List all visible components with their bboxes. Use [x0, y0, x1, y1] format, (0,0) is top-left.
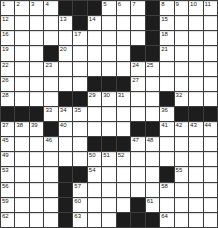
cell-r5-c4[interactable]: 23 — [44, 62, 57, 76]
cell-r10-c1[interactable]: 45 — [1, 137, 14, 151]
cell-r6-c2[interactable] — [15, 77, 28, 91]
cell-r1-c2[interactable]: 2 — [15, 1, 28, 15]
cell-r3-c6[interactable]: 17 — [73, 31, 86, 45]
clue-number: 11 — [205, 1, 211, 8]
cell-r13-c3[interactable] — [30, 183, 43, 197]
cell-r5-c2[interactable] — [15, 62, 28, 76]
black-cell-r10-c8 — [102, 137, 115, 151]
cell-r1-c13[interactable]: 9 — [175, 1, 188, 15]
clue-number: 50 — [89, 152, 96, 159]
cell-r7-c4[interactable] — [44, 92, 57, 106]
cell-r4-c2[interactable] — [15, 46, 28, 60]
cell-r4-c5[interactable]: 20 — [59, 46, 72, 60]
cell-r6-c6[interactable] — [73, 77, 86, 91]
cell-r1-c8[interactable]: 5 — [102, 1, 115, 15]
cell-r1-c10[interactable]: 7 — [131, 1, 144, 15]
cell-r11-c9[interactable]: 52 — [117, 152, 130, 166]
cell-r4-c14[interactable] — [189, 46, 202, 60]
cell-r5-c15[interactable] — [204, 62, 217, 76]
clue-number: 63 — [74, 213, 81, 220]
black-cell-r1-c7 — [88, 1, 101, 15]
cell-r11-c15[interactable] — [204, 152, 217, 166]
cell-r5-c8[interactable] — [102, 62, 115, 76]
clue-number: 4 — [45, 1, 48, 8]
black-cell-r14-c5 — [59, 198, 72, 212]
cell-r14-c12[interactable] — [160, 198, 173, 212]
cell-r1-c1[interactable]: 1 — [1, 1, 14, 15]
cell-r14-c15[interactable] — [204, 198, 217, 212]
cell-r3-c4[interactable] — [44, 31, 57, 45]
cell-r15-c15[interactable] — [204, 213, 217, 227]
clue-number: 46 — [45, 137, 52, 144]
black-cell-r15-c11 — [146, 213, 159, 227]
clue-number: 28 — [2, 92, 9, 99]
cell-r1-c3[interactable]: 3 — [30, 1, 43, 15]
cell-r5-c12[interactable] — [160, 62, 173, 76]
black-cell-r1-c11 — [146, 1, 159, 15]
cell-r14-c9[interactable] — [117, 198, 130, 212]
clue-number: 29 — [89, 92, 96, 99]
cell-r14-c11[interactable]: 61 — [146, 198, 159, 212]
black-cell-r7-c5 — [59, 92, 72, 106]
clue-number: 3 — [31, 1, 34, 8]
cell-r3-c14[interactable] — [189, 31, 202, 45]
cell-r12-c7[interactable]: 54 — [88, 167, 101, 181]
black-cell-r12-c12 — [160, 167, 173, 181]
cell-r12-c8[interactable] — [102, 167, 115, 181]
cell-r15-c2[interactable] — [15, 213, 28, 227]
cell-r3-c12[interactable]: 18 — [160, 31, 173, 45]
cell-r10-c11[interactable]: 48 — [146, 137, 159, 151]
cell-r13-c9[interactable] — [117, 183, 130, 197]
cell-r7-c13[interactable]: 32 — [175, 92, 188, 106]
black-cell-r9-c4 — [44, 122, 57, 136]
cell-r14-c6[interactable]: 60 — [73, 198, 86, 212]
cell-r7-c10[interactable] — [131, 92, 144, 106]
cell-r5-c6[interactable] — [73, 62, 86, 76]
cell-r9-c9[interactable] — [117, 122, 130, 136]
cell-r5-c1[interactable]: 22 — [1, 62, 14, 76]
clue-number: 56 — [2, 183, 9, 190]
clue-number: 1 — [2, 1, 5, 8]
clue-number: 7 — [132, 1, 135, 8]
cell-r5-c13[interactable] — [175, 62, 188, 76]
cell-r2-c13[interactable] — [175, 16, 188, 30]
clue-number: 51 — [103, 152, 110, 159]
cell-r5-c10[interactable]: 24 — [131, 62, 144, 76]
cell-r13-c4[interactable] — [44, 183, 57, 197]
clue-number: 27 — [132, 77, 139, 84]
cell-r8-c10[interactable] — [131, 107, 144, 121]
cell-r12-c4[interactable] — [44, 167, 57, 181]
cell-r13-c6[interactable]: 57 — [73, 183, 86, 197]
cell-r11-c14[interactable] — [189, 152, 202, 166]
black-cell-r12-c5 — [59, 167, 72, 181]
cell-r11-c1[interactable]: 49 — [1, 152, 14, 166]
clue-number: 33 — [45, 107, 52, 114]
cell-r11-c6[interactable] — [73, 152, 86, 166]
cell-r10-c12[interactable] — [160, 137, 173, 151]
cell-r4-c8[interactable] — [102, 46, 115, 60]
cell-r6-c11[interactable] — [146, 77, 159, 91]
cell-r6-c10[interactable]: 27 — [131, 77, 144, 91]
cell-r10-c13[interactable] — [175, 137, 188, 151]
cell-r13-c10[interactable] — [131, 183, 144, 197]
cell-r3-c7[interactable] — [88, 31, 101, 45]
clue-number: 41 — [161, 122, 168, 129]
cell-r14-c14[interactable] — [189, 198, 202, 212]
clue-number: 62 — [2, 213, 9, 220]
clue-number: 55 — [176, 167, 183, 174]
black-cell-r4-c10 — [131, 46, 144, 60]
clue-number: 10 — [190, 1, 197, 8]
clue-number: 35 — [74, 107, 81, 114]
cell-r5-c7[interactable] — [88, 62, 101, 76]
clue-number: 44 — [205, 122, 212, 129]
cell-r8-c5[interactable]: 34 — [59, 107, 72, 121]
black-cell-r10-c7 — [88, 137, 101, 151]
cell-r2-c5[interactable]: 13 — [59, 16, 72, 30]
cell-r9-c8[interactable] — [102, 122, 115, 136]
cell-r7-c11[interactable] — [146, 92, 159, 106]
cell-r10-c5[interactable] — [59, 137, 72, 151]
cell-r13-c12[interactable]: 58 — [160, 183, 173, 197]
clue-number: 8 — [161, 1, 164, 8]
clue-number: 9 — [176, 1, 179, 8]
cell-r3-c15[interactable] — [204, 31, 217, 45]
cell-r4-c7[interactable] — [88, 46, 101, 60]
clue-number: 61 — [147, 198, 154, 205]
black-cell-r7-c6 — [73, 92, 86, 106]
cell-r15-c6[interactable]: 63 — [73, 213, 86, 227]
cell-r1-c14[interactable]: 10 — [189, 1, 202, 15]
cell-r4-c1[interactable]: 19 — [1, 46, 14, 60]
cell-r6-c15[interactable] — [204, 77, 217, 91]
cell-r12-c1[interactable]: 53 — [1, 167, 14, 181]
clue-number: 64 — [161, 213, 168, 220]
clue-number: 54 — [89, 167, 96, 174]
cell-r3-c8[interactable] — [102, 31, 115, 45]
cell-r7-c9[interactable]: 31 — [117, 92, 130, 106]
black-cell-r2-c6 — [73, 16, 86, 30]
black-cell-r9-c10 — [131, 122, 144, 136]
black-cell-r3-c11 — [146, 31, 159, 45]
cell-r3-c3[interactable] — [30, 31, 43, 45]
black-cell-r2-c11 — [146, 16, 159, 30]
black-cell-r15-c9 — [117, 213, 130, 227]
cell-r11-c2[interactable] — [15, 152, 28, 166]
cell-r7-c14[interactable] — [189, 92, 202, 106]
cell-r9-c3[interactable]: 39 — [30, 122, 43, 136]
cell-r15-c8[interactable] — [102, 213, 115, 227]
cell-r4-c3[interactable] — [30, 46, 43, 60]
cell-r11-c5[interactable] — [59, 152, 72, 166]
cell-r10-c4[interactable]: 46 — [44, 137, 57, 151]
cell-r10-c14[interactable] — [189, 137, 202, 151]
cell-r4-c13[interactable] — [175, 46, 188, 60]
clue-number: 42 — [176, 122, 183, 129]
cell-r15-c1[interactable]: 62 — [1, 213, 14, 227]
cell-r13-c11[interactable] — [146, 183, 159, 197]
cell-r12-c9[interactable] — [117, 167, 130, 181]
cell-r3-c2[interactable] — [15, 31, 28, 45]
cell-r14-c7[interactable] — [88, 198, 101, 212]
clue-number: 13 — [60, 16, 67, 23]
cell-r3-c13[interactable] — [175, 31, 188, 45]
clue-number: 36 — [161, 107, 168, 114]
cell-r15-c4[interactable] — [44, 213, 57, 227]
cell-r13-c1[interactable]: 56 — [1, 183, 14, 197]
cell-r2-c14[interactable] — [189, 16, 202, 30]
cell-r15-c3[interactable] — [30, 213, 43, 227]
cell-r3-c10[interactable] — [131, 31, 144, 45]
cell-r12-c3[interactable] — [30, 167, 43, 181]
clue-number: 40 — [60, 122, 67, 129]
cell-r4-c12[interactable]: 21 — [160, 46, 173, 60]
cell-r9-c2[interactable]: 38 — [15, 122, 28, 136]
cell-r7-c2[interactable] — [15, 92, 28, 106]
clue-number: 21 — [161, 46, 168, 53]
clue-number: 43 — [190, 122, 197, 129]
cell-r2-c3[interactable] — [30, 16, 43, 30]
cell-r10-c10[interactable]: 47 — [131, 137, 144, 151]
cell-r6-c14[interactable] — [189, 77, 202, 91]
cell-r8-c8[interactable] — [102, 107, 115, 121]
cell-r12-c14[interactable] — [189, 167, 202, 181]
black-cell-r8-c13 — [175, 107, 188, 121]
clue-number: 18 — [161, 31, 168, 38]
cell-r11-c7[interactable]: 50 — [88, 152, 101, 166]
cell-r12-c15[interactable] — [204, 167, 217, 181]
cell-r2-c1[interactable]: 12 — [1, 16, 14, 30]
clue-number: 53 — [2, 167, 9, 174]
clue-number: 6 — [118, 1, 121, 8]
clue-number: 24 — [132, 62, 139, 69]
cell-r11-c8[interactable]: 51 — [102, 152, 115, 166]
cell-r3-c1[interactable]: 16 — [1, 31, 14, 45]
cell-r9-c13[interactable]: 42 — [175, 122, 188, 136]
cell-r14-c3[interactable] — [30, 198, 43, 212]
black-cell-r15-c10 — [131, 213, 144, 227]
cell-r4-c15[interactable] — [204, 46, 217, 60]
cell-r10-c3[interactable] — [30, 137, 43, 151]
cell-r2-c7[interactable]: 14 — [88, 16, 101, 30]
cell-r13-c15[interactable] — [204, 183, 217, 197]
cell-r9-c1[interactable]: 37 — [1, 122, 14, 136]
clue-number: 39 — [31, 122, 38, 129]
cell-r6-c5[interactable] — [59, 77, 72, 91]
clue-number: 34 — [60, 107, 67, 114]
cell-r9-c6[interactable] — [73, 122, 86, 136]
cell-r11-c11[interactable] — [146, 152, 159, 166]
cell-r2-c2[interactable] — [15, 16, 28, 30]
cell-r14-c13[interactable] — [175, 198, 188, 212]
black-cell-r9-c11 — [146, 122, 159, 136]
cell-r11-c3[interactable] — [30, 152, 43, 166]
black-cell-r6-c8 — [102, 77, 115, 91]
clue-number: 30 — [103, 92, 110, 99]
clue-number: 45 — [2, 137, 9, 144]
cell-r5-c14[interactable] — [189, 62, 202, 76]
cell-r2-c9[interactable] — [117, 16, 130, 30]
clue-number: 49 — [2, 152, 9, 159]
cell-r6-c3[interactable] — [30, 77, 43, 91]
clue-number: 60 — [74, 198, 81, 205]
cell-r6-c12[interactable] — [160, 77, 173, 91]
cell-r1-c4[interactable]: 4 — [44, 1, 57, 15]
cell-r5-c5[interactable] — [59, 62, 72, 76]
clue-number: 31 — [118, 92, 125, 99]
cell-r15-c13[interactable] — [175, 213, 188, 227]
cell-r14-c2[interactable] — [15, 198, 28, 212]
cell-r2-c12[interactable]: 15 — [160, 16, 173, 30]
clue-number: 57 — [74, 183, 81, 190]
cell-r1-c9[interactable]: 6 — [117, 1, 130, 15]
cell-r13-c13[interactable] — [175, 183, 188, 197]
black-cell-r6-c9 — [117, 77, 130, 91]
cell-r3-c5[interactable] — [59, 31, 72, 45]
clue-number: 2 — [16, 1, 19, 8]
cell-r7-c7[interactable]: 29 — [88, 92, 101, 106]
clue-number: 58 — [161, 183, 168, 190]
cell-r12-c10[interactable] — [131, 167, 144, 181]
cell-r13-c14[interactable] — [189, 183, 202, 197]
cell-r12-c13[interactable]: 55 — [175, 167, 188, 181]
cell-r14-c1[interactable]: 59 — [1, 198, 14, 212]
cell-r13-c8[interactable] — [102, 183, 115, 197]
clue-number: 12 — [2, 16, 9, 23]
cell-r5-c3[interactable] — [30, 62, 43, 76]
clue-number: 19 — [2, 46, 9, 53]
cell-r13-c2[interactable] — [15, 183, 28, 197]
cell-r5-c11[interactable]: 25 — [146, 62, 159, 76]
cell-r4-c9[interactable] — [117, 46, 130, 60]
clue-number: 25 — [147, 62, 154, 69]
black-cell-r8-c3 — [30, 107, 43, 121]
clue-number: 47 — [132, 137, 139, 144]
cell-r8-c11[interactable] — [146, 107, 159, 121]
cell-r9-c15[interactable]: 44 — [204, 122, 217, 136]
clue-number: 22 — [2, 62, 9, 69]
clue-number: 26 — [2, 77, 9, 84]
cell-r15-c12[interactable]: 64 — [160, 213, 173, 227]
clue-number: 38 — [16, 122, 23, 129]
cell-r1-c12[interactable]: 8 — [160, 1, 173, 15]
cell-r7-c15[interactable] — [204, 92, 217, 106]
cell-r6-c13[interactable] — [175, 77, 188, 91]
black-cell-r8-c15 — [204, 107, 217, 121]
cell-r9-c7[interactable] — [88, 122, 101, 136]
clue-number: 37 — [2, 122, 9, 129]
cell-r7-c1[interactable]: 28 — [1, 92, 14, 106]
black-cell-r8-c14 — [189, 107, 202, 121]
cell-r11-c12[interactable] — [160, 152, 173, 166]
cell-r7-c8[interactable]: 30 — [102, 92, 115, 106]
cell-r4-c6[interactable] — [73, 46, 86, 60]
cell-r15-c14[interactable] — [189, 213, 202, 227]
black-cell-r8-c1 — [1, 107, 14, 121]
cell-r12-c11[interactable] — [146, 167, 159, 181]
cell-r8-c7[interactable] — [88, 107, 101, 121]
cell-r10-c2[interactable] — [15, 137, 28, 151]
cell-r6-c4[interactable] — [44, 77, 57, 91]
clue-number: 20 — [60, 46, 67, 53]
black-cell-r15-c5 — [59, 213, 72, 227]
cell-r9-c5[interactable]: 40 — [59, 122, 72, 136]
clue-number: 59 — [2, 198, 9, 205]
cell-r8-c4[interactable]: 33 — [44, 107, 57, 121]
black-cell-r14-c10 — [131, 198, 144, 212]
clue-number: 32 — [176, 92, 183, 99]
cell-r2-c8[interactable] — [102, 16, 115, 30]
cell-r15-c7[interactable] — [88, 213, 101, 227]
crossword-grid: 1234567891011121314151617181920212223242… — [0, 0, 218, 228]
black-cell-r10-c9 — [117, 137, 130, 151]
cell-r3-c9[interactable] — [117, 31, 130, 45]
cell-r11-c4[interactable] — [44, 152, 57, 166]
black-cell-r7-c12 — [160, 92, 173, 106]
cell-r8-c6[interactable]: 35 — [73, 107, 86, 121]
black-cell-r6-c7 — [88, 77, 101, 91]
cell-r12-c2[interactable] — [15, 167, 28, 181]
cell-r8-c9[interactable] — [117, 107, 130, 121]
black-cell-r12-c6 — [73, 167, 86, 181]
clue-number: 52 — [118, 152, 125, 159]
cell-r7-c3[interactable] — [30, 92, 43, 106]
cell-r2-c4[interactable] — [44, 16, 57, 30]
clue-number: 14 — [89, 16, 96, 23]
cell-r2-c10[interactable] — [131, 16, 144, 30]
black-cell-r4-c4 — [44, 46, 57, 60]
black-cell-r8-c2 — [15, 107, 28, 121]
clue-number: 5 — [103, 1, 106, 8]
cell-r11-c13[interactable] — [175, 152, 188, 166]
cell-r14-c8[interactable] — [102, 198, 115, 212]
cell-r5-c9[interactable] — [117, 62, 130, 76]
clue-number: 16 — [2, 31, 9, 38]
clue-number: 48 — [147, 137, 154, 144]
black-cell-r4-c11 — [146, 46, 159, 60]
cell-r14-c4[interactable] — [44, 198, 57, 212]
cell-r11-c10[interactable] — [131, 152, 144, 166]
cell-r10-c15[interactable] — [204, 137, 217, 151]
cell-r9-c12[interactable]: 41 — [160, 122, 173, 136]
black-cell-r13-c5 — [59, 183, 72, 197]
black-cell-r1-c6 — [73, 1, 86, 15]
cell-r6-c1[interactable]: 26 — [1, 77, 14, 91]
clue-number: 15 — [161, 16, 168, 23]
cell-r9-c14[interactable]: 43 — [189, 122, 202, 136]
clue-number: 23 — [45, 62, 52, 69]
cell-r13-c7[interactable] — [88, 183, 101, 197]
cell-r10-c6[interactable] — [73, 137, 86, 151]
cell-r1-c15[interactable]: 11 — [204, 1, 217, 15]
cell-r2-c15[interactable] — [204, 16, 217, 30]
black-cell-r1-c5 — [59, 1, 72, 15]
cell-r8-c12[interactable]: 36 — [160, 107, 173, 121]
clue-number: 17 — [74, 31, 81, 38]
